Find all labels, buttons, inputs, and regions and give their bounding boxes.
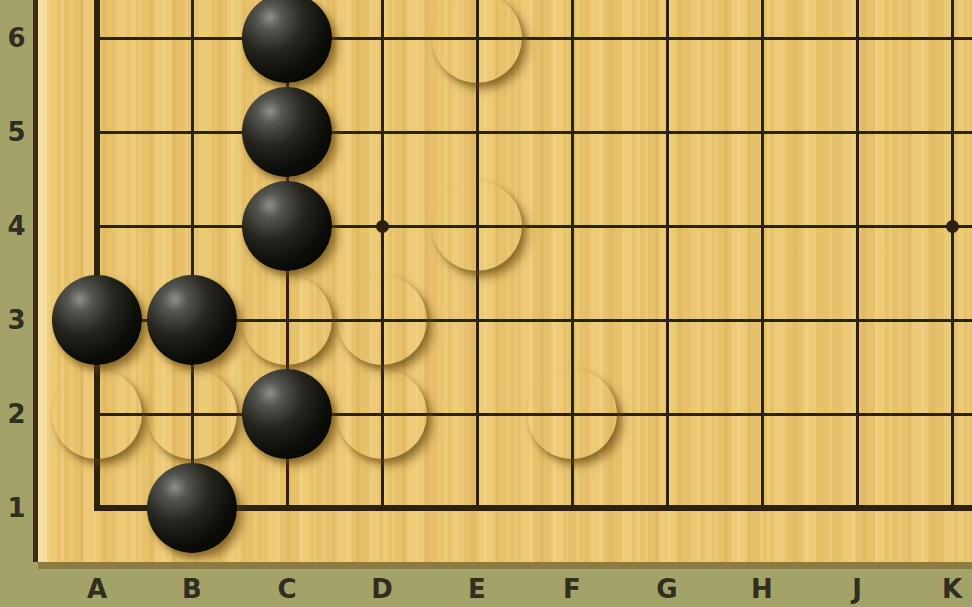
stone-C4[interactable] [242,181,332,271]
row-label-5: 5 [0,116,33,148]
goban[interactable] [47,0,972,562]
stone-F2[interactable] [527,369,617,459]
column-label-E: E [463,573,491,605]
column-label-H: H [748,573,776,605]
column-label-G: G [653,573,681,605]
row-label-3: 3 [0,304,33,336]
star-point-D4 [376,220,389,233]
stone-B1[interactable] [147,463,237,553]
go-app-screen: 654321 ABCDEFGHJK [0,0,972,607]
stone-A2[interactable] [52,369,142,459]
row-label-6: 6 [0,22,33,54]
grid-line-row-5 [94,131,972,134]
row-label-1: 1 [0,492,33,524]
stone-D3[interactable] [337,275,427,365]
stone-C5[interactable] [242,87,332,177]
column-label-B: B [178,573,206,605]
stone-C3[interactable] [242,275,332,365]
board-bottom-shadow [38,562,972,569]
stone-B3[interactable] [147,275,237,365]
grid-line-row-4 [94,225,972,228]
stone-A3[interactable] [52,275,142,365]
column-labels-panel: ABCDEFGHJK [0,569,972,607]
column-label-J: J [843,573,871,605]
stone-C6[interactable] [242,0,332,83]
column-label-D: D [368,573,396,605]
column-label-A: A [83,573,111,605]
grid-line-row-6 [94,37,972,40]
stone-B2[interactable] [147,369,237,459]
grid-line-col-G [666,0,669,511]
stone-E4[interactable] [432,181,522,271]
column-label-K: K [938,573,966,605]
stone-E6[interactable] [432,0,522,83]
grid-line-col-H [761,0,764,511]
row-labels-panel: 654321 [0,0,33,607]
stone-C2[interactable] [242,369,332,459]
grid-line-col-J [856,0,859,511]
star-point-K4 [946,220,959,233]
column-label-C: C [273,573,301,605]
column-label-F: F [558,573,586,605]
row-label-4: 4 [0,210,33,242]
grid-line-col-K [951,0,954,511]
board-left-edge-highlight [38,0,47,568]
row-label-2: 2 [0,398,33,430]
stone-D2[interactable] [337,369,427,459]
